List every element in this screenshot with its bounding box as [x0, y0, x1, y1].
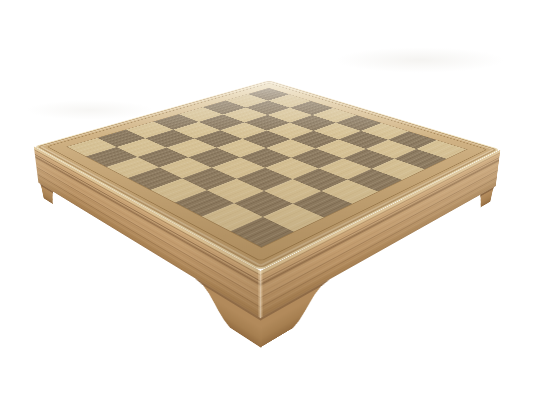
- square-g3: [343, 149, 395, 169]
- square-b8: [86, 147, 137, 167]
- square-f4: [291, 148, 343, 168]
- square-h2: [394, 149, 446, 169]
- square-g8: [202, 203, 263, 231]
- square-f6: [237, 168, 292, 191]
- corner-edge-highlight: [260, 270, 262, 318]
- bracket-foot-front-right: [259, 274, 338, 348]
- square-g7: [234, 191, 293, 217]
- square-g6: [264, 179, 321, 203]
- bracket-foot-left-corner: [40, 184, 54, 205]
- bracket-foot-front-left: [186, 273, 261, 348]
- square-g5: [292, 168, 347, 191]
- perspective-wrapper: [0, 0, 533, 399]
- square-d8: [128, 167, 183, 190]
- square-e6: [212, 157, 265, 178]
- square-f5: [265, 158, 318, 179]
- square-c8: [106, 157, 159, 178]
- square-e8: [151, 178, 208, 202]
- square-g4: [318, 158, 371, 179]
- product-photo: [0, 0, 533, 399]
- square-h8: [230, 217, 294, 247]
- square-h4: [347, 169, 402, 192]
- square-f8: [175, 190, 234, 216]
- square-h6: [293, 191, 352, 217]
- square-e5: [240, 148, 291, 168]
- board-top-face: [34, 80, 501, 271]
- square-d6: [189, 148, 240, 168]
- square-h5: [321, 179, 378, 203]
- chess-box: [34, 80, 501, 271]
- square-f7: [207, 179, 264, 203]
- square-c7: [137, 147, 188, 167]
- square-h7: [263, 203, 324, 231]
- square-d7: [159, 157, 212, 178]
- bracket-foot-right-corner: [478, 187, 493, 208]
- square-h3: [372, 159, 425, 180]
- square-e7: [182, 168, 237, 191]
